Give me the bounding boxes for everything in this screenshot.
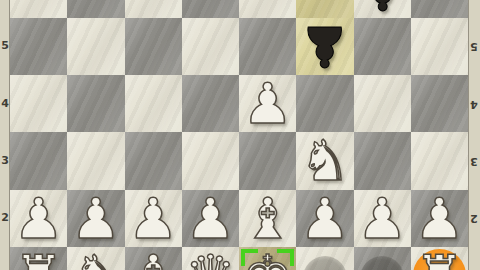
square-g3[interactable] (354, 132, 411, 189)
left-rank-coordinates: 54321 (0, 0, 10, 270)
square-f4[interactable] (296, 75, 353, 132)
selection-corner-icon (277, 249, 294, 266)
square-g5[interactable] (354, 18, 411, 75)
square-a2[interactable]: ♟ (10, 190, 67, 247)
square-f5[interactable]: ♟ (296, 18, 353, 75)
rank-label-5: 5 (468, 40, 480, 52)
white-pawn[interactable]: ♟ (67, 190, 124, 247)
square-h4[interactable] (411, 75, 468, 132)
square-g6[interactable]: ♟ (354, 0, 411, 18)
white-rook[interactable]: ♜ (10, 247, 67, 270)
square-f2[interactable]: ♟ (296, 190, 353, 247)
black-pawn[interactable]: ♟ (354, 0, 411, 18)
square-d6[interactable] (182, 0, 239, 18)
white-pawn[interactable]: ♟ (239, 75, 296, 132)
square-g4[interactable] (354, 75, 411, 132)
square-e3[interactable] (239, 132, 296, 189)
white-pawn[interactable]: ♟ (10, 190, 67, 247)
square-h1[interactable]: ♜ (411, 247, 468, 270)
rank-label-4: 4 (468, 98, 480, 110)
white-pawn[interactable]: ♟ (125, 190, 182, 247)
rank-label-2: 2 (0, 212, 10, 224)
square-d4[interactable] (182, 75, 239, 132)
rank-label-5: 5 (0, 40, 10, 52)
move-hint-ghost-piece[interactable] (303, 256, 347, 270)
rank-label-2: 2 (468, 212, 480, 224)
square-a1[interactable]: ♜ (10, 247, 67, 270)
square-d5[interactable] (182, 18, 239, 75)
square-d2[interactable]: ♟ (182, 190, 239, 247)
right-rank-coordinates: 54321 (468, 0, 480, 270)
square-a5[interactable] (10, 18, 67, 75)
white-pawn[interactable]: ♟ (182, 190, 239, 247)
square-a4[interactable] (10, 75, 67, 132)
move-hint-ghost-piece[interactable] (360, 256, 404, 270)
square-g2[interactable]: ♟ (354, 190, 411, 247)
square-h3[interactable] (411, 132, 468, 189)
square-b2[interactable]: ♟ (67, 190, 124, 247)
square-c1[interactable]: ♝ (125, 247, 182, 270)
white-queen[interactable]: ♛ (182, 247, 239, 270)
square-e2[interactable]: ♝ (239, 190, 296, 247)
white-rook[interactable]: ♜ (411, 247, 468, 270)
white-knight[interactable]: ♞ (67, 247, 124, 270)
square-a3[interactable] (10, 132, 67, 189)
square-c2[interactable]: ♟ (125, 190, 182, 247)
square-c6[interactable] (125, 0, 182, 18)
square-h2[interactable]: ♟ (411, 190, 468, 247)
board: ♟♟♟♞♟♟♟♟♝♟♟♟♜♞♝♛♚♜ (10, 0, 468, 270)
black-pawn[interactable]: ♟ (296, 18, 353, 75)
square-b3[interactable] (67, 132, 124, 189)
square-c5[interactable] (125, 18, 182, 75)
rank-label-3: 3 (0, 155, 10, 167)
square-b6[interactable] (67, 0, 124, 18)
rank-label-3: 3 (468, 155, 480, 167)
square-b4[interactable] (67, 75, 124, 132)
square-e4[interactable]: ♟ (239, 75, 296, 132)
white-pawn[interactable]: ♟ (296, 190, 353, 247)
square-e6[interactable] (239, 0, 296, 18)
square-e5[interactable] (239, 18, 296, 75)
square-c4[interactable] (125, 75, 182, 132)
square-c3[interactable] (125, 132, 182, 189)
square-d3[interactable] (182, 132, 239, 189)
square-h6[interactable] (411, 0, 468, 18)
square-b5[interactable] (67, 18, 124, 75)
rank-label-4: 4 (0, 98, 10, 110)
square-f3[interactable]: ♞ (296, 132, 353, 189)
square-e1[interactable]: ♚ (239, 247, 296, 270)
white-knight[interactable]: ♞ (296, 132, 353, 189)
square-d1[interactable]: ♛ (182, 247, 239, 270)
white-bishop[interactable]: ♝ (125, 247, 182, 270)
square-h5[interactable] (411, 18, 468, 75)
white-pawn[interactable]: ♟ (411, 190, 468, 247)
white-pawn[interactable]: ♟ (354, 190, 411, 247)
selection-corner-icon (241, 249, 258, 266)
square-b1[interactable]: ♞ (67, 247, 124, 270)
square-a6[interactable] (10, 0, 67, 18)
chess-board-screen: ♟♟♟♞♟♟♟♟♝♟♟♟♜♞♝♛♚♜ 54321 54321 (0, 0, 480, 270)
white-bishop[interactable]: ♝ (239, 190, 296, 247)
